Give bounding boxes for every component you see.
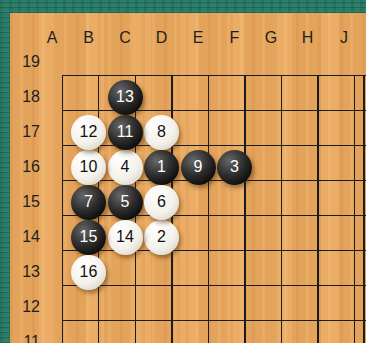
stone-white-d14-move-2: 2 xyxy=(144,220,179,255)
stone-white-b16-move-10: 10 xyxy=(71,150,106,185)
stone-black-f16-move-3: 3 xyxy=(217,150,252,185)
stone-white-d15-move-6: 6 xyxy=(144,185,179,220)
stone-black-c15-move-5: 5 xyxy=(108,185,143,220)
stone-black-c18-move-13: 13 xyxy=(108,80,143,115)
stone-black-d16-move-1: 1 xyxy=(144,150,179,185)
clipped-right-edge-line xyxy=(363,75,365,343)
stone-black-c17-move-11: 11 xyxy=(108,115,143,150)
stone-white-b17-move-12: 12 xyxy=(71,115,106,150)
stone-black-b15-move-7: 7 xyxy=(71,185,106,220)
stone-white-b13-move-16: 16 xyxy=(71,255,106,290)
stone-white-d17-move-8: 8 xyxy=(144,115,179,150)
stone-black-e16-move-9: 9 xyxy=(181,150,216,185)
stone-white-c16-move-4: 4 xyxy=(108,150,143,185)
stone-black-b14-move-15: 15 xyxy=(71,220,106,255)
go-client-background: ABCDEFGHJ 191817161514131211 12345678910… xyxy=(0,0,366,343)
stones-layer: 12345678910111213141516 xyxy=(34,45,363,343)
go-board[interactable]: ABCDEFGHJ 191817161514131211 12345678910… xyxy=(10,13,366,343)
stone-white-c14-move-14: 14 xyxy=(108,220,143,255)
